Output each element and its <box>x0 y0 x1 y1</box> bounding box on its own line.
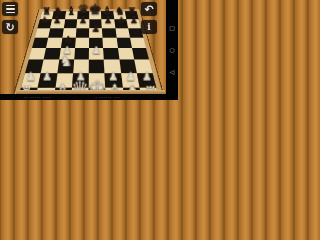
square-e6[interactable]: ♟ <box>89 28 103 38</box>
square-d3[interactable] <box>73 60 89 73</box>
piece-black-bishop: ♝ <box>102 5 113 17</box>
square-h8[interactable]: ♜ <box>125 11 139 19</box>
menu-button[interactable] <box>2 2 18 16</box>
piece-white-pawn: ♟ <box>25 71 35 83</box>
piece-black-rook: ♜ <box>42 7 51 17</box>
square-c5[interactable]: ♟ <box>61 37 76 48</box>
square-h5[interactable] <box>130 37 146 48</box>
square-e2[interactable] <box>89 73 106 88</box>
square-h2[interactable]: ♟ <box>136 73 156 88</box>
square-d4[interactable] <box>74 48 89 60</box>
square-f7[interactable]: ♟ <box>102 19 115 28</box>
square-h3[interactable] <box>134 60 152 73</box>
square-c8[interactable]: ♝ <box>65 11 78 19</box>
hamburger-icon <box>6 5 15 7</box>
square-f6[interactable] <box>102 28 116 38</box>
reset-icon: ↻ <box>5 21 14 34</box>
square-h7[interactable]: ♟ <box>126 19 141 28</box>
piece-white-pawn: ♟ <box>62 46 71 56</box>
square-e4[interactable]: ♟ <box>89 48 104 60</box>
home-icon[interactable]: ○ <box>169 47 174 53</box>
piece-black-pawn: ♟ <box>64 35 73 45</box>
square-d7[interactable]: ♟ <box>76 19 89 28</box>
piece-black-king: ♚ <box>89 2 102 17</box>
status-text-left: ·· ····· ···· <box>24 95 51 100</box>
piece-white-pawn: ♟ <box>125 71 135 83</box>
square-c4[interactable]: ♟ <box>59 48 75 60</box>
square-g4[interactable] <box>118 48 134 60</box>
square-d2[interactable]: ♟ <box>72 73 89 88</box>
reset-button[interactable]: ↻ <box>2 20 18 34</box>
square-f2[interactable]: ♟ <box>105 73 123 88</box>
info-icon: i <box>147 22 150 32</box>
piece-black-knight: ♞ <box>115 6 125 17</box>
piece-white-pawn: ♟ <box>108 71 118 83</box>
square-c6[interactable] <box>62 28 76 38</box>
square-a5[interactable] <box>32 37 48 48</box>
square-e8[interactable]: ♚ <box>89 11 101 19</box>
undo-icon: ↶ <box>144 3 153 16</box>
square-a4[interactable] <box>29 48 46 60</box>
square-h4[interactable] <box>132 48 149 60</box>
status-text-right: · ······ ··· <box>95 95 120 100</box>
square-c2[interactable] <box>55 73 73 88</box>
android-nav-bar: ▢ ○ ◁ <box>166 0 178 100</box>
square-b3[interactable] <box>41 60 59 73</box>
square-b4[interactable] <box>44 48 61 60</box>
square-c7[interactable] <box>63 19 77 28</box>
square-e5[interactable] <box>89 37 103 48</box>
back-icon[interactable]: ◁ <box>170 69 175 75</box>
piece-white-pawn: ♟ <box>42 71 52 83</box>
square-f4[interactable] <box>103 48 119 60</box>
piece-black-queen: ♛ <box>77 3 89 17</box>
square-f8[interactable]: ♝ <box>101 11 114 19</box>
square-a3[interactable] <box>25 60 44 73</box>
square-e3[interactable] <box>89 60 105 73</box>
piece-black-bishop: ♝ <box>66 5 77 17</box>
square-e7[interactable] <box>89 19 102 28</box>
square-b5[interactable] <box>46 37 62 48</box>
info-button[interactable]: i <box>141 20 157 34</box>
piece-white-pawn: ♟ <box>141 71 151 83</box>
square-g3[interactable] <box>119 60 137 73</box>
square-d5[interactable] <box>75 37 89 48</box>
piece-white-pawn: ♟ <box>92 46 101 56</box>
bottom-status-bar: ·· ····· ···· · ······ ··· <box>0 94 166 100</box>
undo-button[interactable]: ↶ <box>141 2 157 16</box>
recents-icon[interactable]: ▢ <box>169 25 175 31</box>
square-f5[interactable] <box>103 37 118 48</box>
piece-black-knight: ♞ <box>54 6 64 17</box>
square-c3[interactable]: ♞ <box>57 60 74 73</box>
chess-app-screen: { "game": "chess", "position": { "fen": … <box>0 0 178 100</box>
square-d8[interactable]: ♛ <box>77 11 89 19</box>
piece-white-pawn: ♟ <box>75 71 85 83</box>
square-d6[interactable] <box>76 28 90 38</box>
square-f3[interactable] <box>104 60 121 73</box>
piece-black-rook: ♜ <box>127 7 136 17</box>
